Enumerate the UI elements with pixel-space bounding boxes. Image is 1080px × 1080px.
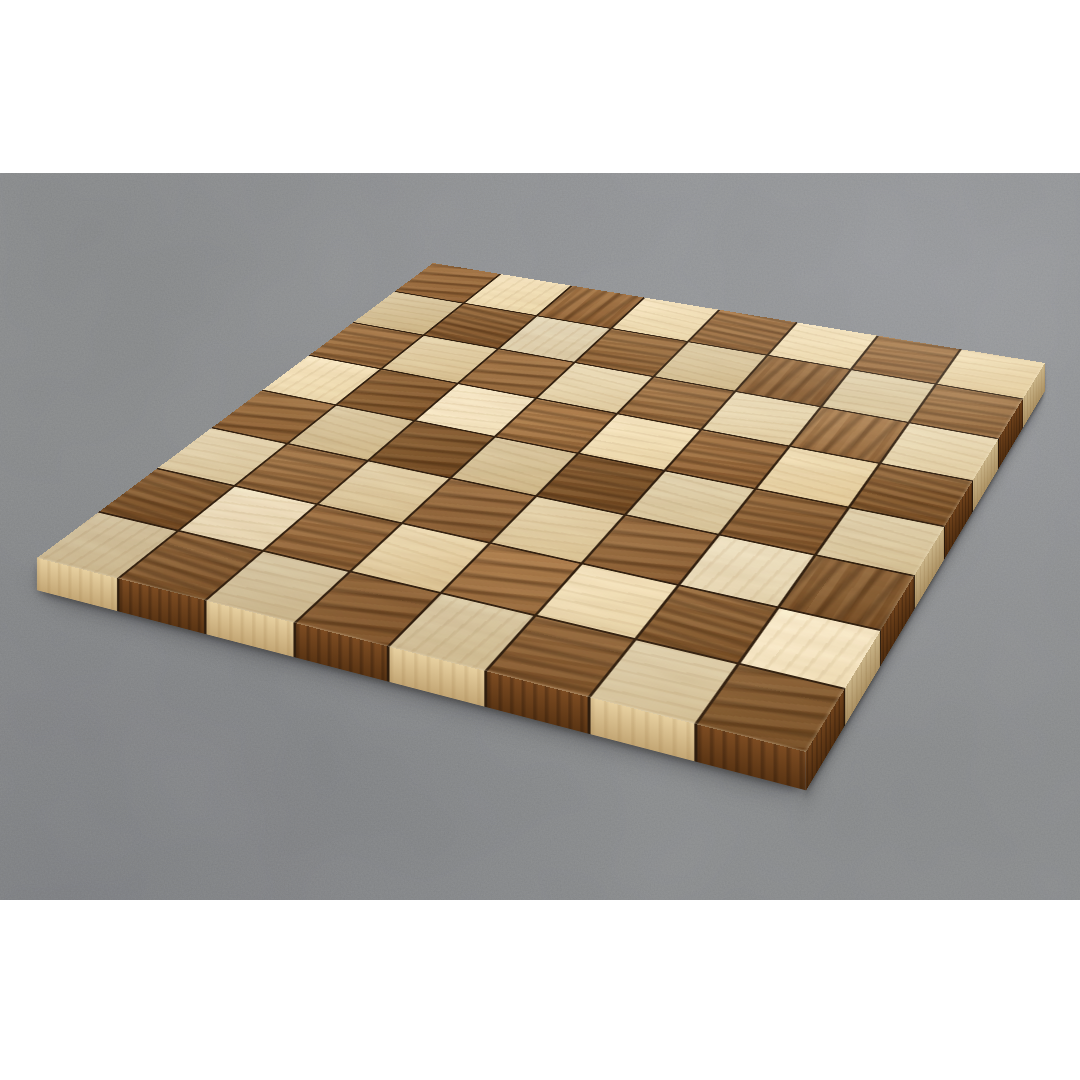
product-photo-stage [0, 0, 1080, 1080]
